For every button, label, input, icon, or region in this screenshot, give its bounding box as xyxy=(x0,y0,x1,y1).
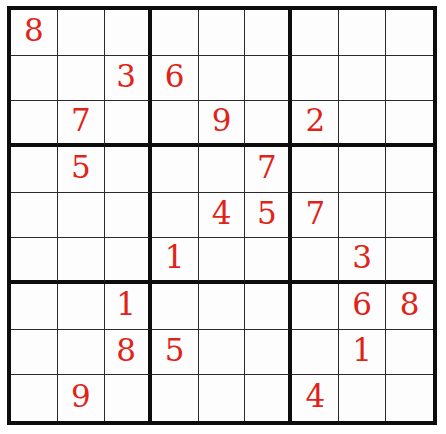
cell-r4c4[interactable] xyxy=(152,147,199,193)
cell-r9c2[interactable]: 9 xyxy=(58,375,105,421)
cell-r1c2[interactable] xyxy=(58,10,105,56)
sudoku-page: 836792574571316885194 xyxy=(0,0,446,434)
cell-r7c3[interactable]: 1 xyxy=(105,284,152,330)
cell-r4c6[interactable]: 7 xyxy=(245,147,292,193)
cell-r3c7[interactable]: 2 xyxy=(292,101,339,147)
cell-r6c6[interactable] xyxy=(245,238,292,284)
cell-r9c8[interactable] xyxy=(339,375,386,421)
cell-r2c5[interactable] xyxy=(199,56,246,102)
sudoku-board: 836792574571316885194 xyxy=(7,6,437,425)
cell-r1c9[interactable] xyxy=(386,10,433,56)
cell-r8c1[interactable] xyxy=(11,330,58,376)
cell-r7c1[interactable] xyxy=(11,284,58,330)
cell-r3c9[interactable] xyxy=(386,101,433,147)
cell-r4c7[interactable] xyxy=(292,147,339,193)
cell-r8c9[interactable] xyxy=(386,330,433,376)
cell-r1c7[interactable] xyxy=(292,10,339,56)
cell-r3c2[interactable]: 7 xyxy=(58,101,105,147)
cell-r9c7[interactable]: 4 xyxy=(292,375,339,421)
cell-r5c5[interactable]: 4 xyxy=(199,193,246,239)
cell-r2c4[interactable]: 6 xyxy=(152,56,199,102)
cell-r5c9[interactable] xyxy=(386,193,433,239)
cell-r4c3[interactable] xyxy=(105,147,152,193)
cell-r8c6[interactable] xyxy=(245,330,292,376)
cell-r4c5[interactable] xyxy=(199,147,246,193)
cell-r5c6[interactable]: 5 xyxy=(245,193,292,239)
cell-r2c2[interactable] xyxy=(58,56,105,102)
cell-r1c6[interactable] xyxy=(245,10,292,56)
cell-r6c8[interactable]: 3 xyxy=(339,238,386,284)
cell-r4c1[interactable] xyxy=(11,147,58,193)
cell-r6c2[interactable] xyxy=(58,238,105,284)
cell-r1c4[interactable] xyxy=(152,10,199,56)
cell-r9c9[interactable] xyxy=(386,375,433,421)
cell-r2c7[interactable] xyxy=(292,56,339,102)
cell-r5c2[interactable] xyxy=(58,193,105,239)
cell-r7c6[interactable] xyxy=(245,284,292,330)
cell-r6c5[interactable] xyxy=(199,238,246,284)
cell-r8c8[interactable]: 1 xyxy=(339,330,386,376)
cell-r4c8[interactable] xyxy=(339,147,386,193)
cell-r6c3[interactable] xyxy=(105,238,152,284)
cell-r8c5[interactable] xyxy=(199,330,246,376)
cell-r5c4[interactable] xyxy=(152,193,199,239)
cell-r3c8[interactable] xyxy=(339,101,386,147)
cell-r9c1[interactable] xyxy=(11,375,58,421)
cell-r1c8[interactable] xyxy=(339,10,386,56)
cell-r2c6[interactable] xyxy=(245,56,292,102)
cell-r6c1[interactable] xyxy=(11,238,58,284)
cell-r9c4[interactable] xyxy=(152,375,199,421)
cell-r9c6[interactable] xyxy=(245,375,292,421)
cell-r2c9[interactable] xyxy=(386,56,433,102)
cell-r3c5[interactable]: 9 xyxy=(199,101,246,147)
cell-r4c2[interactable]: 5 xyxy=(58,147,105,193)
cell-r1c5[interactable] xyxy=(199,10,246,56)
cell-r5c1[interactable] xyxy=(11,193,58,239)
cell-r1c1[interactable]: 8 xyxy=(11,10,58,56)
cell-r6c4[interactable]: 1 xyxy=(152,238,199,284)
cell-r7c7[interactable] xyxy=(292,284,339,330)
cell-r8c7[interactable] xyxy=(292,330,339,376)
cell-r2c1[interactable] xyxy=(11,56,58,102)
cell-r8c3[interactable]: 8 xyxy=(105,330,152,376)
cell-r7c4[interactable] xyxy=(152,284,199,330)
cell-r8c2[interactable] xyxy=(58,330,105,376)
cell-r9c3[interactable] xyxy=(105,375,152,421)
cell-r6c9[interactable] xyxy=(386,238,433,284)
cell-r5c7[interactable]: 7 xyxy=(292,193,339,239)
cell-r9c5[interactable] xyxy=(199,375,246,421)
cell-r3c4[interactable] xyxy=(152,101,199,147)
cell-r2c3[interactable]: 3 xyxy=(105,56,152,102)
cell-r7c8[interactable]: 6 xyxy=(339,284,386,330)
cell-r3c6[interactable] xyxy=(245,101,292,147)
cell-r4c9[interactable] xyxy=(386,147,433,193)
cell-r5c3[interactable] xyxy=(105,193,152,239)
cell-r7c2[interactable] xyxy=(58,284,105,330)
cell-r6c7[interactable] xyxy=(292,238,339,284)
cell-r3c3[interactable] xyxy=(105,101,152,147)
cell-r2c8[interactable] xyxy=(339,56,386,102)
cell-r8c4[interactable]: 5 xyxy=(152,330,199,376)
cell-r7c9[interactable]: 8 xyxy=(386,284,433,330)
cell-r3c1[interactable] xyxy=(11,101,58,147)
cell-r7c5[interactable] xyxy=(199,284,246,330)
cell-r5c8[interactable] xyxy=(339,193,386,239)
cell-r1c3[interactable] xyxy=(105,10,152,56)
